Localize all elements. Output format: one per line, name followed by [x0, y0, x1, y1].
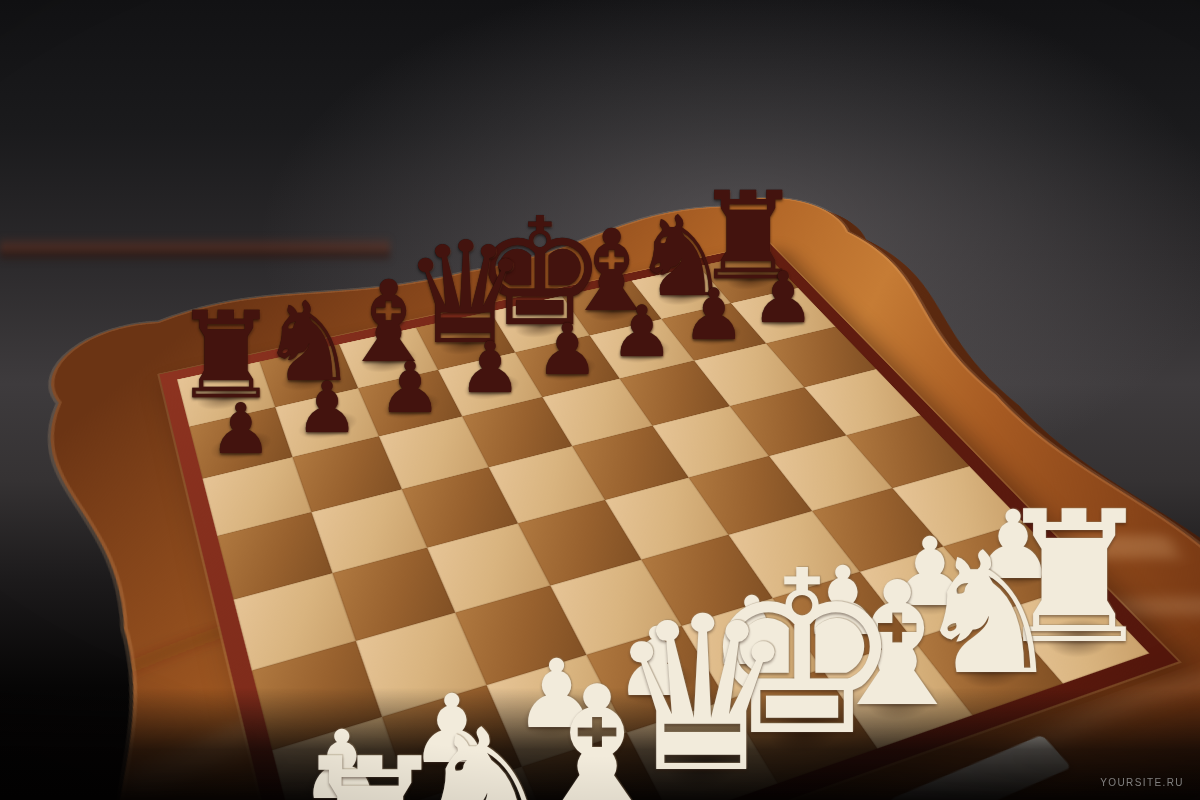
- black-pawn-d7[interactable]: ♟: [458, 332, 522, 403]
- black-pawn-g7[interactable]: ♟: [682, 279, 746, 350]
- black-pawn-c7[interactable]: ♟: [378, 352, 442, 423]
- white-rook-a1[interactable]: ♜: [288, 733, 452, 800]
- black-pawn-h7[interactable]: ♟: [751, 262, 815, 333]
- chess-photo-canvas: ♜♞♝♟♚♟♛♟♝♟♞♟♜♟♟♟♟♟♟♜♟♞♟♝♟♚♟♛♟♝♞♜ YOURSIT…: [0, 0, 1200, 800]
- black-pawn-a7[interactable]: ♟: [209, 394, 272, 464]
- black-pawn-e7[interactable]: ♟: [536, 314, 600, 385]
- black-pawn-b7[interactable]: ♟: [295, 372, 359, 443]
- black-pawn-f7[interactable]: ♟: [610, 296, 674, 367]
- watermark: YOURSITE.RU: [1100, 777, 1184, 788]
